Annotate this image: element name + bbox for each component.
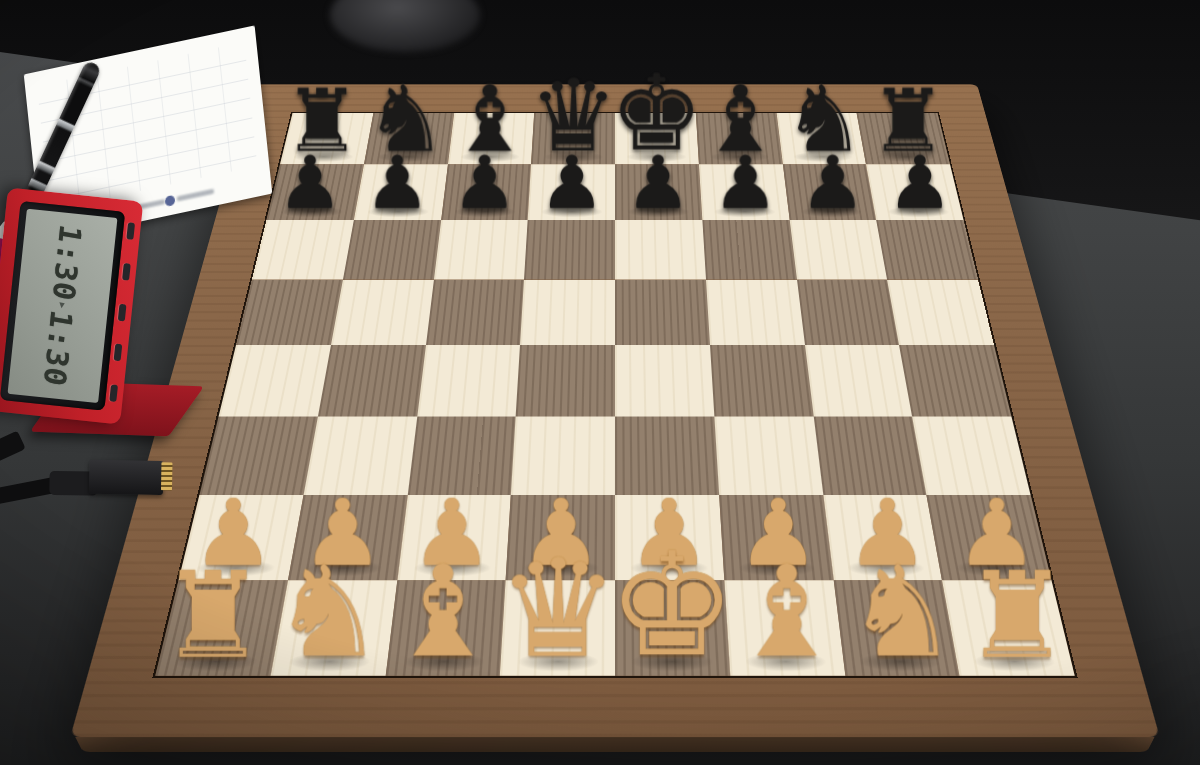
square-f1: ♝ <box>724 581 845 676</box>
scoresheet-print-line <box>177 189 215 202</box>
black-pawn: ♟ <box>365 148 431 218</box>
black-pawn: ♟ <box>713 148 779 218</box>
square-g7: ♟ <box>782 164 876 219</box>
square-g4 <box>805 345 913 416</box>
clock-button <box>127 222 136 240</box>
square-g5 <box>797 280 900 345</box>
square-f4 <box>710 345 813 416</box>
square-f7: ♟ <box>699 164 789 219</box>
clock-button <box>118 303 127 321</box>
square-c1: ♝ <box>385 581 506 676</box>
cable-plug-pins <box>161 462 172 490</box>
square-e7: ♟ <box>615 164 702 219</box>
square-a6 <box>252 220 354 280</box>
square-d5 <box>520 280 615 345</box>
clock-separator-icon: ▸ <box>56 302 69 310</box>
square-h6 <box>876 220 978 280</box>
clock-lcd: 1:30 ▸ 1:30 <box>8 209 118 403</box>
square-b6 <box>343 220 441 280</box>
white-rook: ♜ <box>160 560 266 673</box>
black-pawn: ♟ <box>539 148 605 218</box>
scoresheet-logo <box>165 195 176 207</box>
square-b4 <box>318 345 426 416</box>
square-c6 <box>433 220 527 280</box>
clock-button <box>114 344 123 362</box>
square-c7: ♟ <box>441 164 531 219</box>
black-pawn: ♟ <box>800 148 866 218</box>
clock-lcd-frame: 1:30 ▸ 1:30 <box>0 201 125 411</box>
cable <box>0 443 204 544</box>
cable-plug <box>89 460 164 495</box>
square-a1: ♜ <box>155 581 287 676</box>
square-e1: ♚ <box>615 581 730 676</box>
square-a7: ♟ <box>267 164 364 219</box>
black-pawn: ♟ <box>278 148 344 218</box>
white-knight: ♞ <box>845 553 958 673</box>
white-king: ♚ <box>608 537 736 673</box>
clock-time-right: 1:30 <box>37 308 80 390</box>
square-d1: ♛ <box>500 581 615 676</box>
square-h5 <box>887 280 994 345</box>
square-h4 <box>899 345 1011 416</box>
square-e5 <box>615 280 710 345</box>
black-pawn: ♟ <box>626 148 692 218</box>
square-g1: ♞ <box>833 581 960 676</box>
square-e4 <box>615 345 714 416</box>
square-e6 <box>615 220 706 280</box>
chess-clock: 1:30 ▸ 1:30 <box>0 188 143 425</box>
white-rook: ♜ <box>963 560 1069 673</box>
black-pawn: ♟ <box>887 148 953 218</box>
square-d6 <box>524 220 615 280</box>
square-b7: ♟ <box>354 164 448 219</box>
clock-time-left: 1:30 <box>46 222 89 304</box>
square-b1: ♞ <box>270 581 397 676</box>
white-bishop: ♝ <box>386 553 499 673</box>
square-b5 <box>331 280 434 345</box>
black-pawn: ♟ <box>452 148 518 218</box>
square-d7: ♟ <box>528 164 615 219</box>
scene-table: ♜♞♝♛♚♝♞♜♟♟♟♟♟♟♟♟♟♟♟♟♟♟♟♟♜♞♝♛♚♝♞♜ 1:30 ▸ … <box>0 0 1200 765</box>
clock-button <box>110 384 119 402</box>
square-g6 <box>789 220 887 280</box>
board-grid: ♜♞♝♛♚♝♞♜♟♟♟♟♟♟♟♟♟♟♟♟♟♟♟♟♜♞♝♛♚♝♞♜ <box>152 112 1077 678</box>
square-f6 <box>702 220 796 280</box>
square-a4 <box>219 345 331 416</box>
square-d4 <box>516 345 615 416</box>
square-c5 <box>426 280 525 345</box>
white-knight: ♞ <box>272 553 385 673</box>
square-a5 <box>236 280 343 345</box>
cable-connector-small <box>0 431 26 468</box>
white-queen: ♛ <box>497 544 619 673</box>
square-c4 <box>417 345 520 416</box>
white-bishop: ♝ <box>731 553 844 673</box>
square-f5 <box>706 280 805 345</box>
square-h7: ♟ <box>866 164 963 219</box>
square-h1: ♜ <box>942 581 1074 676</box>
clock-button <box>123 263 132 281</box>
